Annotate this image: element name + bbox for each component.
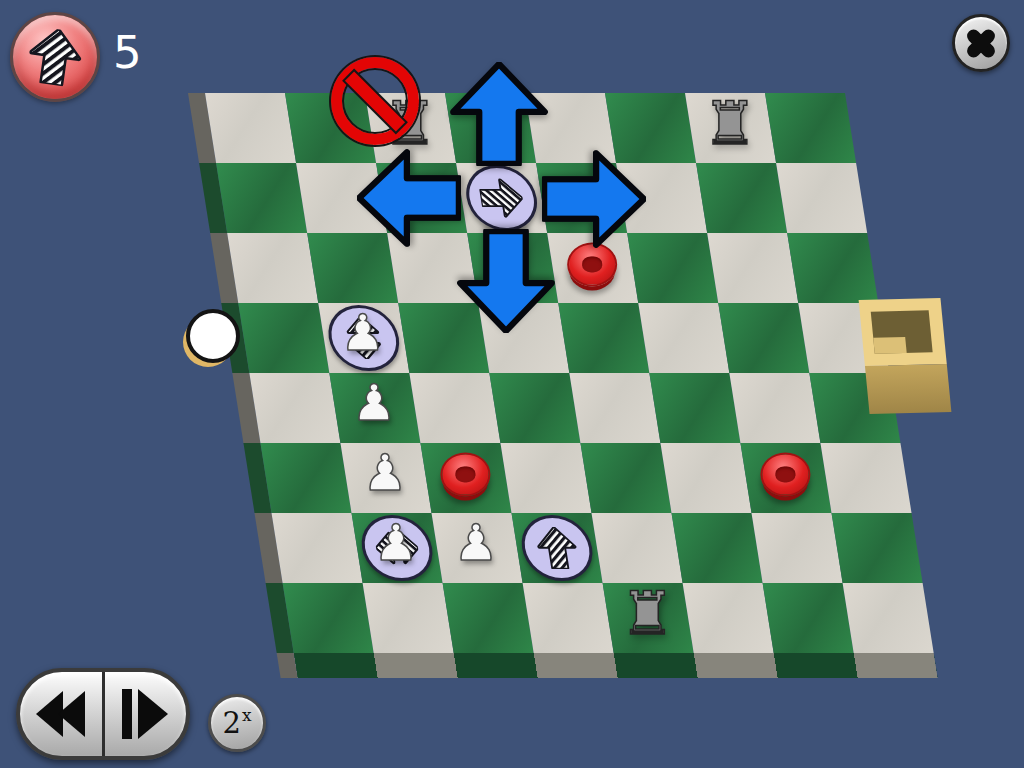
exit-box: [859, 298, 952, 414]
exit-box-notch: [873, 337, 906, 354]
entry-disc: [186, 309, 240, 363]
play-icon: [138, 689, 168, 739]
rewind-icon: [58, 691, 85, 737]
step-bar-icon: [122, 689, 132, 739]
move-up-arrow[interactable]: [447, 62, 551, 166]
overlay-layer: [0, 0, 1024, 768]
striped-up-arrow-icon: [23, 25, 86, 88]
speed-label: 2: [222, 706, 240, 740]
step-play-button[interactable]: [105, 672, 187, 756]
speed-2x-button[interactable]: 2 x: [208, 694, 266, 752]
move-left-arrow[interactable]: [357, 146, 461, 250]
move-down-arrow[interactable]: [454, 229, 558, 333]
speed-sup-label: x: [242, 705, 252, 725]
playback-controls: [16, 668, 190, 760]
rewind-button[interactable]: [20, 672, 102, 756]
close-button[interactable]: [952, 14, 1010, 72]
moves-remaining-count: 5: [113, 26, 142, 79]
no-entry-icon: [331, 57, 419, 145]
exit-box-front: [865, 364, 951, 414]
moves-badge: [10, 12, 100, 102]
